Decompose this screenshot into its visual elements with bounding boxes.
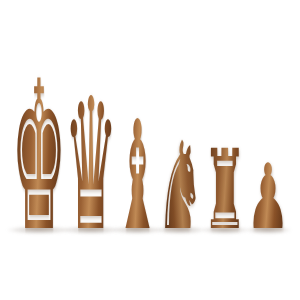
chess-pieces-product-photo: ♚♛♝♞♜♟: [0, 0, 300, 300]
chess-piece-rook: ♜: [200, 135, 250, 245]
chess-piece-pawn: ♟: [244, 152, 293, 242]
pieces-row: ♚♛♝♞♜♟: [16, 54, 286, 260]
chess-piece-knight: ♞: [153, 126, 206, 247]
